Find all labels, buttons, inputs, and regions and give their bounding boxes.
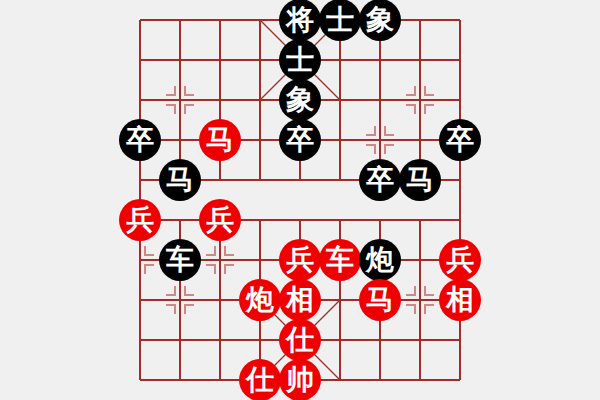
board-point-f5[interactable] [320, 200, 360, 240]
board-point-d4[interactable] [240, 160, 280, 200]
piece-red-horse[interactable]: 马 [359, 279, 401, 321]
board-point-e6[interactable]: 兵 [280, 240, 320, 280]
board-point-a6[interactable] [120, 240, 160, 280]
board-point-a7[interactable] [120, 280, 160, 320]
board-point-f9[interactable] [320, 360, 360, 400]
board-point-c7[interactable] [200, 280, 240, 320]
board-point-f4[interactable] [320, 160, 360, 200]
board-point-a2[interactable] [120, 80, 160, 120]
piece-black-chariot[interactable]: 车 [159, 239, 201, 281]
board-point-c5[interactable]: 兵 [200, 200, 240, 240]
piece-red-soldier[interactable]: 兵 [199, 199, 241, 241]
board-point-e9[interactable]: 帅 [280, 360, 320, 400]
board-point-h6[interactable] [400, 240, 440, 280]
piece-black-general[interactable]: 将 [279, 0, 321, 41]
board-point-d2[interactable] [240, 80, 280, 120]
board-point-c6[interactable] [200, 240, 240, 280]
board-point-a5[interactable]: 兵 [120, 200, 160, 240]
board-point-b8[interactable] [160, 320, 200, 360]
board-point-d1[interactable] [240, 40, 280, 80]
board-point-g0[interactable]: 象 [360, 0, 400, 40]
board-point-h0[interactable] [400, 0, 440, 40]
board-point-i7[interactable]: 相 [440, 280, 480, 320]
board-point-g7[interactable]: 马 [360, 280, 400, 320]
board-point-c9[interactable] [200, 360, 240, 400]
board-point-b7[interactable] [160, 280, 200, 320]
piece-black-soldier[interactable]: 卒 [279, 119, 321, 161]
board-point-b6[interactable]: 车 [160, 240, 200, 280]
piece-red-elephant[interactable]: 相 [439, 279, 481, 321]
piece-black-elephant[interactable]: 象 [279, 79, 321, 121]
board-point-h5[interactable] [400, 200, 440, 240]
board-point-f3[interactable] [320, 120, 360, 160]
board-point-b3[interactable] [160, 120, 200, 160]
board-point-h7[interactable] [400, 280, 440, 320]
board-point-g4[interactable]: 卒 [360, 160, 400, 200]
board-point-e4[interactable] [280, 160, 320, 200]
board-point-c8[interactable] [200, 320, 240, 360]
board-point-b2[interactable] [160, 80, 200, 120]
board-point-h8[interactable] [400, 320, 440, 360]
piece-red-general[interactable]: 帅 [279, 359, 321, 400]
piece-black-advisor[interactable]: 士 [279, 39, 321, 81]
board-point-e0[interactable]: 将 [280, 0, 320, 40]
board-point-a4[interactable] [120, 160, 160, 200]
board-point-b1[interactable] [160, 40, 200, 80]
board-point-a3[interactable]: 卒 [120, 120, 160, 160]
board-point-c2[interactable] [200, 80, 240, 120]
board-point-e5[interactable] [280, 200, 320, 240]
piece-black-elephant[interactable]: 象 [359, 0, 401, 41]
board-point-b5[interactable] [160, 200, 200, 240]
board-point-i5[interactable] [440, 200, 480, 240]
board-point-b9[interactable] [160, 360, 200, 400]
board-point-d5[interactable] [240, 200, 280, 240]
piece-red-cannon[interactable]: 炮 [239, 279, 281, 321]
board-point-g5[interactable] [360, 200, 400, 240]
xiangqi-board: 将士象士象卒马卒卒马卒马兵兵车兵车炮兵炮相马相仕仕帅 [120, 0, 480, 400]
xiangqi-app: 将士象士象卒马卒卒马卒马兵兵车兵车炮兵炮相马相仕仕帅 [0, 0, 600, 400]
board-point-g3[interactable] [360, 120, 400, 160]
board-point-c0[interactable] [200, 0, 240, 40]
board-point-a9[interactable] [120, 360, 160, 400]
piece-black-horse[interactable]: 马 [399, 159, 441, 201]
board-point-g9[interactable] [360, 360, 400, 400]
piece-red-advisor[interactable]: 仕 [279, 319, 321, 361]
piece-black-advisor[interactable]: 士 [319, 0, 361, 41]
board-point-e8[interactable]: 仕 [280, 320, 320, 360]
board-point-e7[interactable]: 相 [280, 280, 320, 320]
board-point-i0[interactable] [440, 0, 480, 40]
board-point-d0[interactable] [240, 0, 280, 40]
piece-red-chariot[interactable]: 车 [319, 239, 361, 281]
piece-black-soldier[interactable]: 卒 [439, 119, 481, 161]
board-point-f8[interactable] [320, 320, 360, 360]
board-point-a1[interactable] [120, 40, 160, 80]
board-point-f0[interactable]: 士 [320, 0, 360, 40]
board-point-i3[interactable]: 卒 [440, 120, 480, 160]
board-point-e2[interactable]: 象 [280, 80, 320, 120]
board-point-d3[interactable] [240, 120, 280, 160]
piece-black-soldier[interactable]: 卒 [119, 119, 161, 161]
board-point-e1[interactable]: 士 [280, 40, 320, 80]
board-point-a0[interactable] [120, 0, 160, 40]
board-point-h2[interactable] [400, 80, 440, 120]
piece-black-soldier[interactable]: 卒 [359, 159, 401, 201]
board-point-g1[interactable] [360, 40, 400, 80]
board-point-h9[interactable] [400, 360, 440, 400]
board-point-d7[interactable]: 炮 [240, 280, 280, 320]
board-point-g8[interactable] [360, 320, 400, 360]
piece-red-horse[interactable]: 马 [199, 119, 241, 161]
piece-black-cannon[interactable]: 炮 [359, 239, 401, 281]
board-point-h1[interactable] [400, 40, 440, 80]
board-point-a8[interactable] [120, 320, 160, 360]
board-point-h3[interactable] [400, 120, 440, 160]
board-point-d8[interactable] [240, 320, 280, 360]
board-point-d6[interactable] [240, 240, 280, 280]
board-point-f6[interactable]: 车 [320, 240, 360, 280]
board-point-i1[interactable] [440, 40, 480, 80]
board-point-b0[interactable] [160, 0, 200, 40]
board-point-h4[interactable]: 马 [400, 160, 440, 200]
piece-red-soldier[interactable]: 兵 [119, 199, 161, 241]
board-point-i2[interactable] [440, 80, 480, 120]
board-point-c1[interactable] [200, 40, 240, 80]
board-point-i8[interactable] [440, 320, 480, 360]
board-point-e3[interactable]: 卒 [280, 120, 320, 160]
board-point-i6[interactable]: 兵 [440, 240, 480, 280]
board-point-i9[interactable] [440, 360, 480, 400]
board-point-f1[interactable] [320, 40, 360, 80]
board-point-i4[interactable] [440, 160, 480, 200]
board-point-b4[interactable]: 马 [160, 160, 200, 200]
piece-red-soldier[interactable]: 兵 [439, 239, 481, 281]
board-point-f7[interactable] [320, 280, 360, 320]
piece-red-soldier[interactable]: 兵 [279, 239, 321, 281]
board-point-f2[interactable] [320, 80, 360, 120]
board-point-c4[interactable] [200, 160, 240, 200]
piece-black-horse[interactable]: 马 [159, 159, 201, 201]
piece-red-elephant[interactable]: 相 [279, 279, 321, 321]
board-point-d9[interactable]: 仕 [240, 360, 280, 400]
board-point-c3[interactable]: 马 [200, 120, 240, 160]
board-point-g6[interactable]: 炮 [360, 240, 400, 280]
board-point-g2[interactable] [360, 80, 400, 120]
piece-red-advisor[interactable]: 仕 [239, 359, 281, 400]
